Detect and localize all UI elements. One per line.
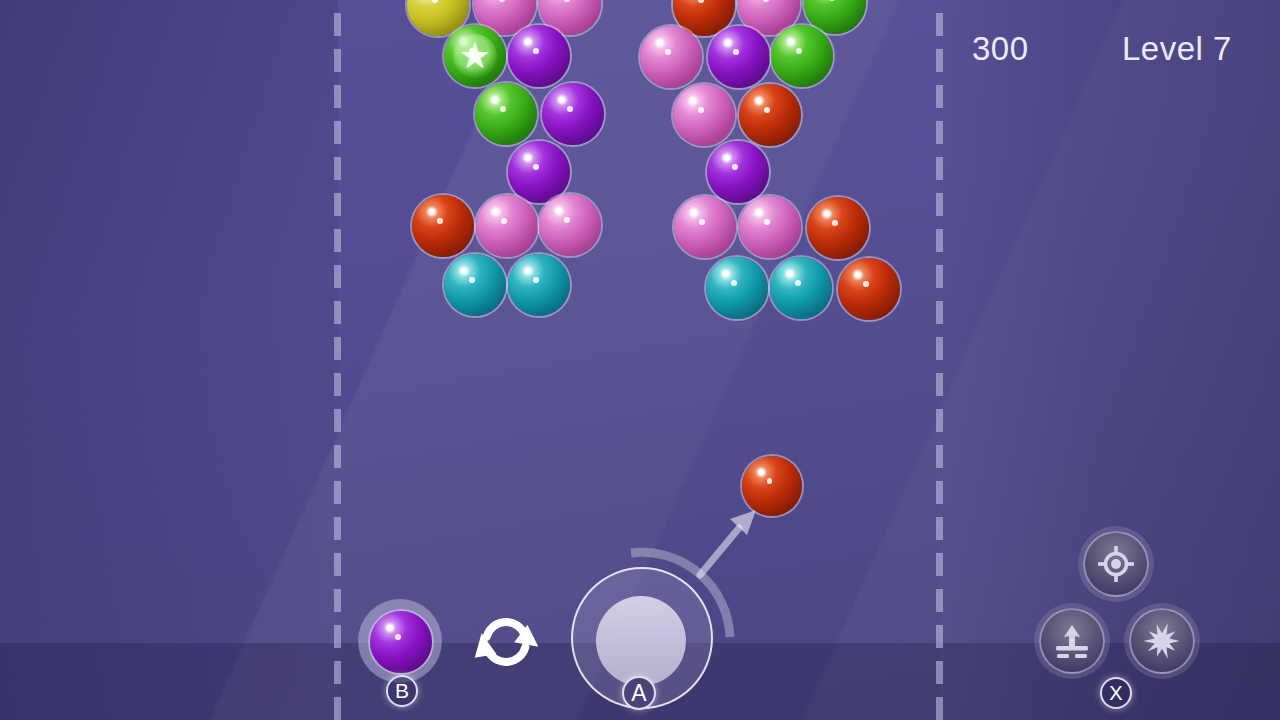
bubble-shooter-screen: 300 Level 7 ★ A B: [0, 0, 1280, 720]
playfield-border-right: [936, 13, 943, 720]
powerup-push-line-button[interactable]: [1039, 608, 1105, 674]
left-side-panel: [0, 0, 338, 720]
right-side-panel: [940, 0, 1280, 720]
shooter-pad[interactable]: [596, 596, 686, 686]
bubble-red: [807, 197, 869, 259]
bubble-green: [771, 25, 833, 87]
bubble-pink: [673, 84, 735, 146]
bubble-purple: [542, 83, 604, 145]
aim-target-icon: [1094, 542, 1138, 586]
button-b-label: B: [395, 679, 409, 703]
bubble-pink: [539, 194, 601, 256]
bubble-pink: [474, 0, 536, 35]
bubble-purple: [508, 141, 570, 203]
bubble-red: [412, 195, 474, 257]
button-b-badge: B: [386, 675, 418, 707]
playfield-border-left: [334, 13, 341, 720]
button-x-label: X: [1109, 682, 1122, 705]
bubble-red: [673, 0, 735, 36]
bubble-red: [739, 84, 801, 146]
star-icon: ★: [444, 25, 506, 87]
launch-arrow-shaft: [700, 528, 739, 575]
push-line-icon: [1050, 619, 1094, 663]
bubble-green-star: ★: [444, 25, 506, 87]
bubble-teal: [508, 254, 570, 316]
launch-arrow-head-icon: [730, 510, 756, 535]
score-value: 300: [972, 30, 1029, 68]
powerup-bomb-button[interactable]: [1129, 608, 1195, 674]
bubble-pink: [539, 0, 601, 35]
bubble-teal: [706, 257, 768, 319]
bubble-green: [804, 0, 866, 34]
bubble-green: [475, 83, 537, 145]
powerup-aim-target-button[interactable]: [1083, 531, 1149, 597]
bubble-purple: [707, 141, 769, 203]
bubble-purple: [508, 25, 570, 87]
bubble-pink: [640, 26, 702, 88]
bubble-pink: [476, 195, 538, 257]
bubble-pink: [738, 0, 800, 35]
button-a-badge: A: [622, 676, 656, 710]
bubble-yellow: [407, 0, 469, 36]
level-label: Level 7: [1122, 30, 1232, 68]
loaded-bubble-red: [742, 456, 802, 516]
bubble-purple: [708, 26, 770, 88]
swap-arrows-icon[interactable]: [465, 608, 549, 676]
bubble-pink: [739, 196, 801, 258]
bubble-pink: [674, 196, 736, 258]
bomb-burst-icon: [1140, 619, 1184, 663]
button-x-badge: X: [1100, 677, 1132, 709]
button-a-label: A: [631, 680, 646, 707]
bubble-red: [838, 258, 900, 320]
bubble-teal: [770, 257, 832, 319]
next-bubble-purple: [370, 611, 432, 673]
bubble-teal: [444, 254, 506, 316]
